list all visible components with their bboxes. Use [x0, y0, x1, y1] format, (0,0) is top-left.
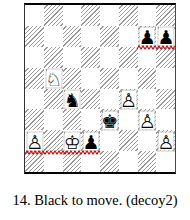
square-g1: [138, 151, 157, 172]
square-c3: [63, 109, 82, 130]
red-squiggle-g7h7-path: [137, 46, 175, 49]
square-d4: [81, 89, 100, 110]
square-g4: [138, 89, 157, 110]
square-f8: [119, 5, 138, 26]
black-pawn-h7: ♟: [159, 28, 174, 46]
square-h8: [156, 5, 175, 26]
square-g7: ♟: [138, 26, 157, 47]
square-g5: [138, 68, 157, 89]
square-h4: [156, 89, 175, 110]
square-a2: ♙: [25, 130, 44, 151]
square-b5: ♘: [44, 68, 63, 89]
square-d5: [81, 68, 100, 89]
square-a6: [25, 47, 44, 68]
square-h2: ♙: [156, 130, 175, 151]
black-knight-c4: ♞: [65, 90, 80, 108]
black-pawn-g7: ♟: [140, 28, 155, 46]
square-f3: [119, 109, 138, 130]
square-c5: [63, 68, 82, 89]
square-a4: [25, 89, 44, 110]
square-h1: [156, 151, 175, 172]
square-a3: [25, 109, 44, 130]
square-e3: ♚: [100, 109, 119, 130]
square-e2: [100, 130, 119, 151]
square-h7: ♟: [156, 26, 175, 47]
white-knight-b5: ♘: [46, 70, 61, 88]
square-a7: [25, 26, 44, 47]
square-b4: [44, 89, 63, 110]
square-d6: [81, 47, 100, 68]
square-f5: [119, 68, 138, 89]
square-b3: [44, 109, 63, 130]
square-e6: [100, 47, 119, 68]
black-pawn-d2: ♟: [84, 132, 99, 150]
square-c2: ♔: [63, 130, 82, 151]
square-e7: [100, 26, 119, 47]
diagram-page: ♟♟♘♞♙♚♙♙♔♟♙ 14. Black to move. (decoy2): [0, 0, 190, 220]
square-d8: [81, 5, 100, 26]
square-h3: [156, 109, 175, 130]
square-g8: [138, 5, 157, 26]
square-b6: [44, 47, 63, 68]
square-b7: [44, 26, 63, 47]
square-f7: [119, 26, 138, 47]
red-squiggle-a2d2-path: [25, 151, 100, 154]
square-g2: [138, 130, 157, 151]
red-squiggle-a2d2: [25, 150, 100, 155]
diagram-caption: 14. Black to move. (decoy2): [0, 192, 190, 209]
white-pawn-g3: ♙: [140, 111, 155, 129]
square-g3: ♙: [138, 109, 157, 130]
square-c6: [63, 47, 82, 68]
square-b2: [44, 130, 63, 151]
chess-board: ♟♟♘♞♙♚♙♙♔♟♙: [24, 3, 176, 174]
square-c8: [63, 5, 82, 26]
square-h5: [156, 68, 175, 89]
square-a8: [25, 5, 44, 26]
square-c4: ♞: [63, 89, 82, 110]
square-f6: [119, 47, 138, 68]
square-c7: [63, 26, 82, 47]
square-e8: [100, 5, 119, 26]
square-f1: [119, 151, 138, 172]
black-king-e3: ♚: [102, 111, 117, 129]
white-pawn-h2: ♙: [159, 132, 174, 150]
square-d7: [81, 26, 100, 47]
white-pawn-f4: ♙: [121, 90, 136, 108]
white-pawn-a2: ♙: [27, 132, 42, 150]
square-e1: [100, 151, 119, 172]
square-b8: [44, 5, 63, 26]
white-king-c2: ♔: [65, 132, 80, 150]
square-d3: [81, 109, 100, 130]
square-e4: [100, 89, 119, 110]
square-a5: [25, 68, 44, 89]
square-d2: ♟: [81, 130, 100, 151]
square-f4: ♙: [119, 89, 138, 110]
red-squiggle-g7h7: [137, 45, 175, 50]
square-e5: [100, 68, 119, 89]
square-f2: [119, 130, 138, 151]
